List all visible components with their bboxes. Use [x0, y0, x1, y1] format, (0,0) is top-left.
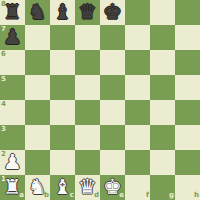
square-e6[interactable]: [100, 50, 125, 75]
square-h7[interactable]: [175, 25, 200, 50]
square-h2[interactable]: [175, 150, 200, 175]
white-bishop-icon[interactable]: ♝: [53, 175, 72, 200]
square-a2[interactable]: 2♟: [0, 150, 25, 175]
square-g1[interactable]: g: [150, 175, 175, 200]
square-a4[interactable]: 4: [0, 100, 25, 125]
square-b5[interactable]: [25, 75, 50, 100]
square-b3[interactable]: [25, 125, 50, 150]
square-h4[interactable]: [175, 100, 200, 125]
square-a5[interactable]: 5: [0, 75, 25, 100]
square-h3[interactable]: [175, 125, 200, 150]
black-queen-icon[interactable]: ♛: [78, 0, 97, 25]
square-e7[interactable]: [100, 25, 125, 50]
square-b8[interactable]: ♞: [25, 0, 50, 25]
white-rook-icon[interactable]: ♜: [3, 175, 22, 200]
square-e3[interactable]: [100, 125, 125, 150]
square-h6[interactable]: [175, 50, 200, 75]
square-h1[interactable]: h: [175, 175, 200, 200]
square-d3[interactable]: [75, 125, 100, 150]
square-b7[interactable]: [25, 25, 50, 50]
square-d8[interactable]: ♛: [75, 0, 100, 25]
square-g6[interactable]: [150, 50, 175, 75]
square-f4[interactable]: [125, 100, 150, 125]
square-c7[interactable]: [50, 25, 75, 50]
square-f3[interactable]: [125, 125, 150, 150]
file-label-f: f: [146, 192, 149, 199]
square-g4[interactable]: [150, 100, 175, 125]
square-f1[interactable]: f: [125, 175, 150, 200]
white-queen-icon[interactable]: ♛: [78, 175, 97, 200]
black-bishop-icon[interactable]: ♝: [53, 0, 72, 25]
file-label-h: h: [194, 192, 199, 199]
square-b1[interactable]: b♞: [25, 175, 50, 200]
rank-label-5: 5: [1, 76, 6, 83]
black-rook-icon[interactable]: ♜: [3, 0, 22, 25]
white-knight-icon[interactable]: ♞: [28, 175, 47, 200]
square-c3[interactable]: [50, 125, 75, 150]
square-a1[interactable]: 1a♜: [0, 175, 25, 200]
square-a3[interactable]: 3: [0, 125, 25, 150]
square-d4[interactable]: [75, 100, 100, 125]
square-e5[interactable]: [100, 75, 125, 100]
square-e4[interactable]: [100, 100, 125, 125]
file-label-g: g: [169, 192, 174, 199]
square-e8[interactable]: ♚: [100, 0, 125, 25]
square-e2[interactable]: [100, 150, 125, 175]
square-d7[interactable]: [75, 25, 100, 50]
square-f7[interactable]: [125, 25, 150, 50]
rank-label-6: 6: [1, 51, 6, 58]
square-c1[interactable]: c♝: [50, 175, 75, 200]
black-king-icon[interactable]: ♚: [103, 0, 122, 25]
square-a7[interactable]: 7♟: [0, 25, 25, 50]
square-e1[interactable]: e♚: [100, 175, 125, 200]
black-pawn-icon[interactable]: ♟: [3, 25, 22, 50]
square-c8[interactable]: ♝: [50, 0, 75, 25]
square-a8[interactable]: 8♜: [0, 0, 25, 25]
square-g2[interactable]: [150, 150, 175, 175]
square-g8[interactable]: [150, 0, 175, 25]
square-g5[interactable]: [150, 75, 175, 100]
square-b2[interactable]: [25, 150, 50, 175]
square-d5[interactable]: [75, 75, 100, 100]
white-pawn-icon[interactable]: ♟: [3, 150, 22, 175]
rank-label-3: 3: [1, 126, 6, 133]
white-king-icon[interactable]: ♚: [103, 175, 122, 200]
black-knight-icon[interactable]: ♞: [28, 0, 47, 25]
square-b4[interactable]: [25, 100, 50, 125]
square-d1[interactable]: d♛: [75, 175, 100, 200]
square-c2[interactable]: [50, 150, 75, 175]
square-h8[interactable]: [175, 0, 200, 25]
chess-board: 8♜♞♝♛♚7♟65432♟1a♜b♞c♝d♛e♚fgh: [0, 0, 200, 200]
square-c6[interactable]: [50, 50, 75, 75]
square-d2[interactable]: [75, 150, 100, 175]
square-a6[interactable]: 6: [0, 50, 25, 75]
square-f5[interactable]: [125, 75, 150, 100]
square-f6[interactable]: [125, 50, 150, 75]
rank-label-4: 4: [1, 101, 6, 108]
square-c5[interactable]: [50, 75, 75, 100]
square-c4[interactable]: [50, 100, 75, 125]
square-d6[interactable]: [75, 50, 100, 75]
square-f2[interactable]: [125, 150, 150, 175]
square-b6[interactable]: [25, 50, 50, 75]
square-g7[interactable]: [150, 25, 175, 50]
square-g3[interactable]: [150, 125, 175, 150]
square-f8[interactable]: [125, 0, 150, 25]
square-h5[interactable]: [175, 75, 200, 100]
